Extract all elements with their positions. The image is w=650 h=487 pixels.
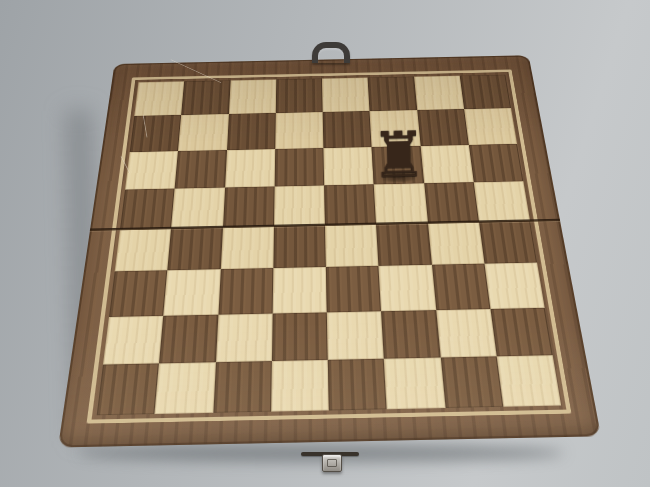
board-top-face: ♜ xyxy=(58,55,601,447)
square-c8[interactable] xyxy=(228,79,276,114)
box-side-edge xyxy=(66,423,593,441)
square-h8[interactable] xyxy=(459,75,511,110)
square-e3[interactable] xyxy=(326,266,381,312)
square-e5[interactable] xyxy=(324,184,376,225)
square-b8[interactable] xyxy=(181,80,230,115)
square-c5[interactable] xyxy=(223,186,275,227)
square-e1[interactable] xyxy=(328,358,387,410)
square-d8[interactable] xyxy=(276,79,323,114)
square-f5[interactable] xyxy=(374,183,428,224)
square-g6[interactable] xyxy=(420,145,473,184)
square-b7[interactable] xyxy=(178,114,228,151)
square-f2[interactable] xyxy=(381,310,440,359)
square-a8[interactable] xyxy=(134,81,184,116)
square-d7[interactable] xyxy=(275,112,323,149)
square-h5[interactable] xyxy=(473,181,529,222)
square-a1[interactable] xyxy=(97,363,160,415)
square-h6[interactable] xyxy=(469,144,524,182)
square-a6[interactable] xyxy=(125,151,178,190)
square-h3[interactable] xyxy=(484,263,544,309)
square-f1[interactable] xyxy=(384,357,445,409)
square-a3[interactable] xyxy=(109,270,167,316)
square-c3[interactable] xyxy=(218,268,273,314)
square-g1[interactable] xyxy=(440,356,503,408)
square-e2[interactable] xyxy=(327,311,384,360)
square-d5[interactable] xyxy=(274,185,325,226)
latch-clasp xyxy=(322,454,342,472)
square-g8[interactable] xyxy=(414,76,464,111)
hinge-loop-icon xyxy=(312,42,350,63)
square-h1[interactable] xyxy=(496,355,561,407)
square-e6[interactable] xyxy=(323,147,374,186)
board-grid: ♜ xyxy=(97,75,561,416)
square-c1[interactable] xyxy=(213,361,272,413)
square-d6[interactable] xyxy=(274,148,324,187)
square-b1[interactable] xyxy=(155,362,216,414)
chess-board-box: ♜ xyxy=(58,55,601,447)
square-g5[interactable] xyxy=(424,182,479,223)
square-d3[interactable] xyxy=(272,267,326,313)
square-e7[interactable] xyxy=(323,111,372,148)
square-d2[interactable] xyxy=(272,312,328,361)
black-rook-piece[interactable]: ♜ xyxy=(370,123,427,186)
square-b5[interactable] xyxy=(171,187,224,228)
square-h2[interactable] xyxy=(490,307,552,356)
square-d4[interactable] xyxy=(273,225,326,268)
square-d1[interactable] xyxy=(271,360,329,412)
square-g3[interactable] xyxy=(431,264,490,310)
photo-background: ♜ xyxy=(0,0,650,487)
square-a7[interactable] xyxy=(130,115,182,152)
square-c7[interactable] xyxy=(227,113,276,150)
square-b4[interactable] xyxy=(168,227,223,270)
square-f3[interactable] xyxy=(379,265,436,311)
square-b3[interactable] xyxy=(164,269,221,315)
square-f8[interactable] xyxy=(368,77,417,112)
square-b2[interactable] xyxy=(159,314,218,363)
square-c2[interactable] xyxy=(215,313,272,362)
square-c6[interactable] xyxy=(225,149,275,188)
square-g2[interactable] xyxy=(436,309,497,358)
square-f6[interactable]: ♜ xyxy=(372,146,424,185)
square-a2[interactable] xyxy=(103,315,163,364)
square-g4[interactable] xyxy=(427,222,484,265)
square-b6[interactable] xyxy=(175,150,227,189)
piece-anchor: ♜ xyxy=(374,183,424,184)
square-h7[interactable] xyxy=(464,108,517,144)
square-a5[interactable] xyxy=(120,188,175,229)
